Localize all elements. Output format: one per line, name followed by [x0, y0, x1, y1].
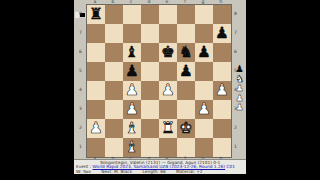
chess-board: ♜♟♝♚♞♟♟♟♟♟♟♟♟♟♝♜♚♝	[86, 4, 232, 158]
square-h1[interactable]	[213, 138, 231, 157]
white-pawn: ♟	[197, 100, 211, 119]
status-line: W: Two Next: M. Black Length: 66 Materia…	[74, 170, 246, 175]
square-c7[interactable]	[123, 24, 141, 43]
game-info-panel: Tologontegin, Valetin (2131) — Gigand, A…	[74, 159, 246, 174]
square-c4[interactable]: ♟	[123, 81, 141, 100]
square-a8[interactable]: ♜	[87, 5, 105, 24]
square-a1[interactable]	[87, 138, 105, 157]
white-pawn: ♟	[125, 100, 139, 119]
black-pawn: ♟	[197, 43, 211, 62]
rank-label-2: 2	[231, 118, 240, 137]
square-h4[interactable]: ♟	[213, 81, 231, 100]
square-h5[interactable]	[213, 62, 231, 81]
square-c6[interactable]: ♝	[123, 43, 141, 62]
square-f4[interactable]	[177, 81, 195, 100]
square-g5[interactable]	[195, 62, 213, 81]
square-e2[interactable]: ♜	[159, 119, 177, 138]
square-a4[interactable]	[87, 81, 105, 100]
square-f7[interactable]	[177, 24, 195, 43]
rank-label-4: 4	[76, 80, 85, 99]
square-c3[interactable]: ♟	[123, 100, 141, 119]
square-c1[interactable]: ♝	[123, 138, 141, 157]
square-a3[interactable]	[87, 100, 105, 119]
rank-label-2: 2	[76, 118, 85, 137]
square-b4[interactable]	[105, 81, 123, 100]
square-c8[interactable]	[123, 5, 141, 24]
square-a6[interactable]	[87, 43, 105, 62]
square-b7[interactable]	[105, 24, 123, 43]
square-d1[interactable]	[141, 138, 159, 157]
square-g6[interactable]: ♟	[195, 43, 213, 62]
square-h3[interactable]	[213, 100, 231, 119]
square-h8[interactable]	[213, 5, 231, 24]
rank-label-7: 7	[76, 23, 85, 42]
eco-code: C01	[225, 164, 235, 169]
square-b3[interactable]	[105, 100, 123, 119]
rank-label-6: 6	[231, 42, 240, 61]
square-f3[interactable]	[177, 100, 195, 119]
white-pawn-icon: ♟	[235, 102, 244, 112]
status-next: Next: M. Black	[101, 169, 132, 174]
square-b6[interactable]	[105, 43, 123, 62]
black-king: ♚	[161, 43, 175, 62]
white-pawn: ♟	[125, 81, 139, 100]
status-side: W: Two	[76, 169, 91, 174]
screenshot-stage: abcdefgh ♜♟♝♚♞♟♟♟♟♟♟♟♟♟♝♜♚♝ abcdefgh 876…	[0, 0, 320, 180]
square-d2[interactable]	[141, 119, 159, 138]
square-f5[interactable]: ♟	[177, 62, 195, 81]
white-bishop: ♝	[125, 138, 139, 157]
black-pawn: ♟	[125, 62, 139, 81]
captured-material-tray: ♟♞♟♟♟	[233, 64, 246, 112]
square-d5[interactable]	[141, 62, 159, 81]
square-e7[interactable]	[159, 24, 177, 43]
square-b1[interactable]	[105, 138, 123, 157]
square-g8[interactable]	[195, 5, 213, 24]
rank-label-8: 8	[76, 4, 85, 23]
rank-label-5: 5	[76, 61, 85, 80]
white-pawn: ♟	[215, 81, 229, 100]
square-e1[interactable]	[159, 138, 177, 157]
square-c5[interactable]: ♟	[123, 62, 141, 81]
square-f8[interactable]	[177, 5, 195, 24]
rank-label-8: 8	[231, 4, 240, 23]
black-bishop: ♝	[125, 43, 139, 62]
square-d3[interactable]	[141, 100, 159, 119]
square-e8[interactable]	[159, 5, 177, 24]
square-g4[interactable]	[195, 81, 213, 100]
square-f2[interactable]: ♚	[177, 119, 195, 138]
rank-label-1: 1	[231, 137, 240, 156]
black-pawn: ♟	[179, 62, 193, 81]
white-bishop: ♝	[125, 119, 139, 138]
square-f1[interactable]	[177, 138, 195, 157]
square-d8[interactable]	[141, 5, 159, 24]
square-h6[interactable]	[213, 43, 231, 62]
square-g1[interactable]	[195, 138, 213, 157]
square-f6[interactable]: ♞	[177, 43, 195, 62]
square-d6[interactable]	[141, 43, 159, 62]
black-knight: ♞	[179, 43, 193, 62]
status-material: Material: +2	[176, 169, 203, 174]
square-e5[interactable]	[159, 62, 177, 81]
rank-label-6: 6	[76, 42, 85, 61]
square-d4[interactable]	[141, 81, 159, 100]
square-e3[interactable]	[159, 100, 177, 119]
white-king: ♚	[179, 119, 193, 138]
white-rook: ♜	[161, 119, 175, 138]
square-e6[interactable]: ♚	[159, 43, 177, 62]
rank-labels-left: 87654321	[76, 4, 85, 156]
square-b5[interactable]	[105, 62, 123, 81]
black-rook: ♜	[89, 5, 103, 24]
square-e4[interactable]: ♟	[159, 81, 177, 100]
square-a2[interactable]: ♟	[87, 119, 105, 138]
black-pawn: ♟	[215, 24, 229, 43]
square-b2[interactable]	[105, 119, 123, 138]
white-pawn: ♟	[89, 119, 103, 138]
status-length: Length: 66	[143, 169, 166, 174]
square-a7[interactable]	[87, 24, 105, 43]
rank-label-1: 1	[76, 137, 85, 156]
square-h2[interactable]	[213, 119, 231, 138]
square-b8[interactable]	[105, 5, 123, 24]
square-c2[interactable]: ♝	[123, 119, 141, 138]
square-g3[interactable]: ♟	[195, 100, 213, 119]
rank-label-7: 7	[231, 23, 240, 42]
rank-label-3: 3	[76, 99, 85, 118]
square-a5[interactable]	[87, 62, 105, 81]
square-g2[interactable]	[195, 119, 213, 138]
square-g7[interactable]	[195, 24, 213, 43]
square-d7[interactable]	[141, 24, 159, 43]
white-pawn: ♟	[161, 81, 175, 100]
square-h7[interactable]: ♟	[213, 24, 231, 43]
